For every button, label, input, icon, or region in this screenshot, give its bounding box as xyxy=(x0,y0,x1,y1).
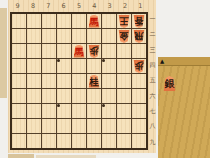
board-cell xyxy=(12,59,26,73)
board-cell xyxy=(57,14,71,28)
board-cell xyxy=(87,104,101,118)
board-cell: 馬 xyxy=(87,14,101,28)
file-label-3: 3 xyxy=(102,1,117,11)
adjacent-widget-edge-left xyxy=(0,8,7,98)
board-cell xyxy=(87,89,101,103)
board-cell xyxy=(27,89,41,103)
board-cell xyxy=(27,134,41,148)
adjacent-widget-edge-bottom-b xyxy=(36,155,96,158)
board-cell xyxy=(102,14,116,28)
hoshi-dot xyxy=(102,59,105,62)
hand-pieces-area: 銀 xyxy=(158,66,210,91)
board-cell xyxy=(57,29,71,43)
board-cell xyxy=(72,14,86,28)
board-cell xyxy=(132,134,146,148)
board-cell xyxy=(72,134,86,148)
board-cell xyxy=(102,29,116,43)
file-label-5: 5 xyxy=(71,1,86,11)
board-cell xyxy=(117,59,131,73)
rank-label: 六 xyxy=(149,89,156,104)
board-cell xyxy=(42,14,56,28)
board-cell xyxy=(72,119,86,133)
board-cell xyxy=(12,134,26,148)
board-cell xyxy=(117,74,131,88)
board-cell xyxy=(87,59,101,73)
file-coordinate-labels: 987654321 xyxy=(10,1,148,11)
rank-label: 一 xyxy=(149,12,156,27)
hoshi-dot xyxy=(102,104,105,107)
rank-label: 九 xyxy=(149,135,156,150)
board-cell xyxy=(12,29,26,43)
board-cell xyxy=(27,104,41,118)
board-cell xyxy=(117,134,131,148)
board-cell xyxy=(12,44,26,58)
file-label-1: 1 xyxy=(133,1,148,11)
board-cell xyxy=(42,59,56,73)
board-cell xyxy=(72,104,86,118)
board-cell xyxy=(42,74,56,88)
board-cell xyxy=(87,29,101,43)
file-label-9: 9 xyxy=(10,1,25,11)
board-cell xyxy=(42,44,56,58)
board-cell xyxy=(42,119,56,133)
shogi-piece-1一: 香 xyxy=(133,15,145,28)
board-cell: 飛 xyxy=(132,29,146,43)
board-cell xyxy=(42,134,56,148)
board-cell xyxy=(72,29,86,43)
board-cell xyxy=(12,14,26,28)
board-cell: 香 xyxy=(132,14,146,28)
board-cell: 馬 xyxy=(72,44,86,58)
board-cell: 金 xyxy=(117,29,131,43)
board-cell xyxy=(12,104,26,118)
board-cell: 桂 xyxy=(87,74,101,88)
komadai-hand-tray: ▲ 銀 xyxy=(158,57,210,158)
rank-label: 二 xyxy=(149,27,156,42)
rank-label: 八 xyxy=(149,119,156,134)
board-cell xyxy=(72,89,86,103)
rank-label: 四 xyxy=(149,58,156,73)
file-label-8: 8 xyxy=(25,1,40,11)
board-cell xyxy=(27,74,41,88)
board-grid: 馬王香金飛馬歩歩桂 xyxy=(12,14,146,148)
board-cell xyxy=(102,74,116,88)
hoshi-dot xyxy=(57,104,60,107)
board-cell xyxy=(87,134,101,148)
board-cell xyxy=(57,119,71,133)
file-label-6: 6 xyxy=(56,1,71,11)
board-cell xyxy=(102,44,116,58)
board-cell: 歩 xyxy=(87,44,101,58)
hand-piece-銀: 銀 xyxy=(163,76,176,91)
board-cell xyxy=(87,119,101,133)
shogi-piece-1四: 歩 xyxy=(133,60,145,73)
rank-coordinate-labels: 一二三四五六七八九 xyxy=(149,12,156,150)
shogi-piece-4三: 歩 xyxy=(88,45,100,58)
file-label-7: 7 xyxy=(41,1,56,11)
shogi-piece-2二: 金 xyxy=(118,30,130,43)
board-cell xyxy=(72,74,86,88)
board-cell xyxy=(72,59,86,73)
board-frame: 馬王香金飛馬歩歩桂 xyxy=(10,12,148,150)
board-cell xyxy=(57,44,71,58)
board-cell xyxy=(12,74,26,88)
board-cell: 歩 xyxy=(132,59,146,73)
board-cell xyxy=(132,104,146,118)
board-cell xyxy=(42,89,56,103)
hoshi-dot xyxy=(57,59,60,62)
shogi-piece-4一: 馬 xyxy=(88,15,100,28)
board-cell xyxy=(117,104,131,118)
rank-label: 七 xyxy=(149,104,156,119)
board-cell xyxy=(132,44,146,58)
rank-label: 三 xyxy=(149,43,156,58)
board-cell xyxy=(42,29,56,43)
shogi-piece-2一: 王 xyxy=(118,15,130,28)
board-cell xyxy=(27,14,41,28)
shogi-board-panel: 987654321 馬王香金飛馬歩歩桂 一二三四五六七八九 xyxy=(8,0,156,153)
board-cell xyxy=(117,44,131,58)
board-cell xyxy=(132,119,146,133)
board-cell xyxy=(27,29,41,43)
board-cell xyxy=(27,44,41,58)
board-cell xyxy=(117,119,131,133)
board-cell xyxy=(102,119,116,133)
board-cell xyxy=(57,134,71,148)
board-cell xyxy=(12,119,26,133)
shogi-piece-5三: 馬 xyxy=(73,45,85,58)
board-cell xyxy=(102,134,116,148)
komadai-top-band: ▲ xyxy=(158,57,210,66)
board-cell xyxy=(57,89,71,103)
file-label-2: 2 xyxy=(117,1,132,11)
board-cell: 王 xyxy=(117,14,131,28)
file-label-4: 4 xyxy=(87,1,102,11)
board-cell xyxy=(12,89,26,103)
board-cell xyxy=(102,89,116,103)
board-cell xyxy=(132,89,146,103)
board-cell xyxy=(42,104,56,118)
board-cell xyxy=(117,89,131,103)
shogi-piece-1二: 飛 xyxy=(133,30,145,43)
board-cell xyxy=(27,59,41,73)
board-cell xyxy=(132,74,146,88)
adjacent-widget-edge-bottom-a xyxy=(8,154,34,158)
shogi-piece-4五: 桂 xyxy=(88,75,100,88)
sente-turn-marker: ▲ xyxy=(160,57,164,65)
board-cell xyxy=(57,74,71,88)
rank-label: 五 xyxy=(149,73,156,88)
board-cell xyxy=(27,119,41,133)
